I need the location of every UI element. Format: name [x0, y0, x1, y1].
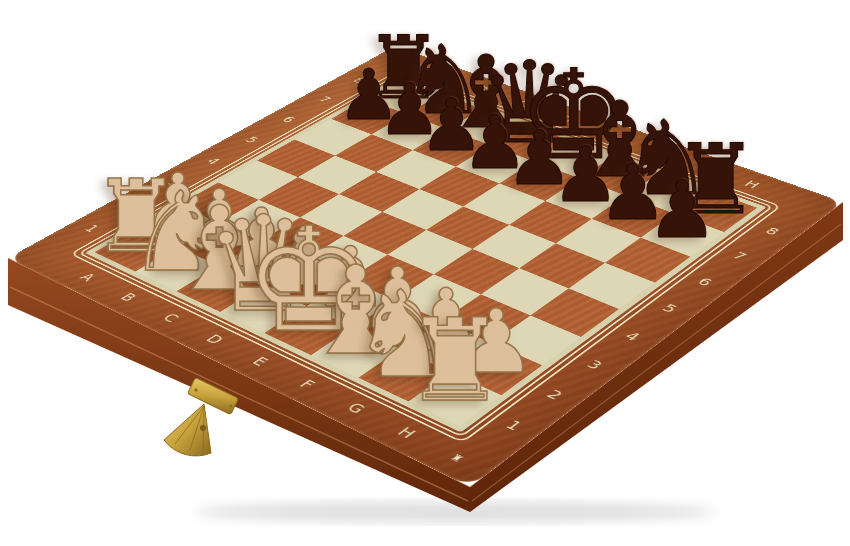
piece-white-rook-h1[interactable]: ♜: [404, 304, 506, 418]
piece-black-pawn-h7[interactable]: ♟: [647, 171, 718, 250]
pieces-layer: ♜♞♝♛♚♝♞♜♟♟♟♟♟♟♟♟♟♟♟♟♟♟♟♟♜♞♝♛♚♝♞♜: [0, 0, 850, 546]
chess-set-photo: AA11BB22CC33DD44EE55FF66GG77HH88♜ ♜♞♝♛♚♝…: [0, 0, 850, 546]
